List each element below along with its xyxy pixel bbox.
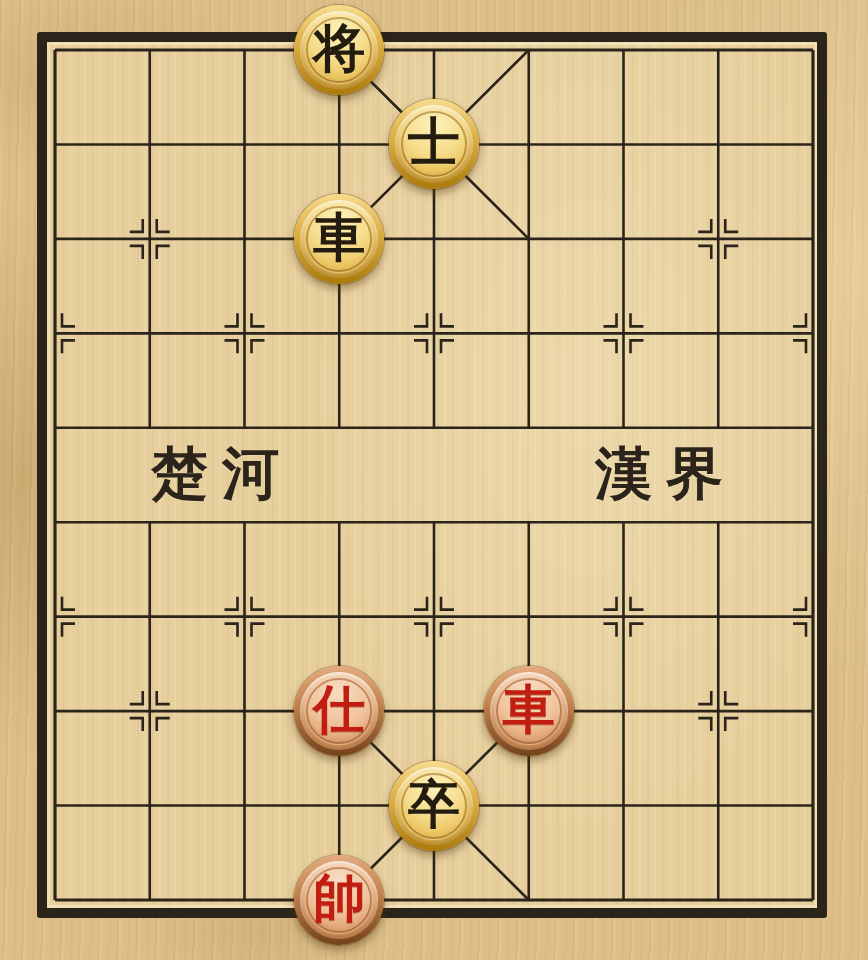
piece-red-general[interactable]: 帥	[294, 855, 384, 945]
xiangqi-app: 楚河 漢界 将士車仕車卒帥	[0, 0, 868, 960]
piece-black-advisor[interactable]: 士	[389, 99, 479, 189]
piece-character: 帥	[294, 855, 384, 945]
piece-character: 仕	[294, 666, 384, 756]
river-label-right: 漢界	[595, 436, 737, 513]
piece-red-advisor[interactable]: 仕	[294, 666, 384, 756]
piece-character: 車	[484, 666, 574, 756]
piece-red-chariot[interactable]: 車	[484, 666, 574, 756]
piece-black-soldier[interactable]: 卒	[389, 761, 479, 851]
piece-character: 車	[294, 194, 384, 284]
piece-character: 将	[294, 5, 384, 95]
piece-character: 卒	[389, 761, 479, 851]
piece-black-general[interactable]: 将	[294, 5, 384, 95]
piece-character: 士	[389, 99, 479, 189]
river-label-left: 楚河	[151, 436, 293, 513]
piece-black-chariot[interactable]: 車	[294, 194, 384, 284]
